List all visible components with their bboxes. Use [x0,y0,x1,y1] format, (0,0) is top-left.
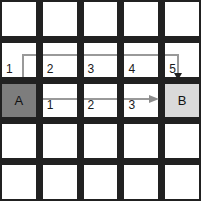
detour-arrow-vertical-start [22,54,24,77]
detour-arrowhead-down-icon [174,73,182,80]
direct-arrow-line [43,98,77,100]
cell-r3c3: 2 [84,84,118,118]
cell-r4c4 [124,124,158,158]
cell-r4c2 [43,124,77,158]
detour-arrow-line [84,54,118,56]
cell-r1c4 [124,2,158,36]
board-5x5: 1 2 3 4 5 A 1 2 3 B [0,0,201,201]
step-label: 2 [88,99,95,111]
cell-r5c2 [43,165,77,199]
cell-start-a: A [2,84,36,118]
step-label: 3 [128,99,135,111]
cell-r4c3 [84,124,118,158]
detour-arrow-line [124,54,158,56]
cell-r3c2: 1 [43,84,77,118]
step-label: 4 [128,63,135,75]
cell-r2c5: 5 [165,43,199,77]
step-label: 3 [88,63,95,75]
cell-r2c4: 4 [124,43,158,77]
cell-r2c1: 1 [2,43,36,77]
cell-goal-b: B [165,84,199,118]
cell-r1c3 [84,2,118,36]
cell-r3c4: 3 [124,84,158,118]
cell-r5c1 [2,165,36,199]
detour-arrow-line [43,54,77,56]
cell-r5c5 [165,165,199,199]
cell-r1c2 [43,2,77,36]
cell-r4c5 [165,124,199,158]
step-label: 2 [47,63,54,75]
cell-r5c3 [84,165,118,199]
cell-r2c3: 3 [84,43,118,77]
detour-arrow-line [22,54,36,56]
direct-arrowhead-right-icon [149,95,159,103]
step-label: 1 [6,63,13,75]
cell-r1c5 [165,2,199,36]
cell-r5c4 [124,165,158,199]
direct-arrow-line [124,98,151,100]
step-label: 1 [47,99,54,111]
cell-r4c1 [2,124,36,158]
goal-label: B [165,84,199,118]
start-label: A [2,84,36,118]
cell-r1c1 [2,2,36,36]
direct-arrow-line [84,98,118,100]
cell-r2c2: 2 [43,43,77,77]
